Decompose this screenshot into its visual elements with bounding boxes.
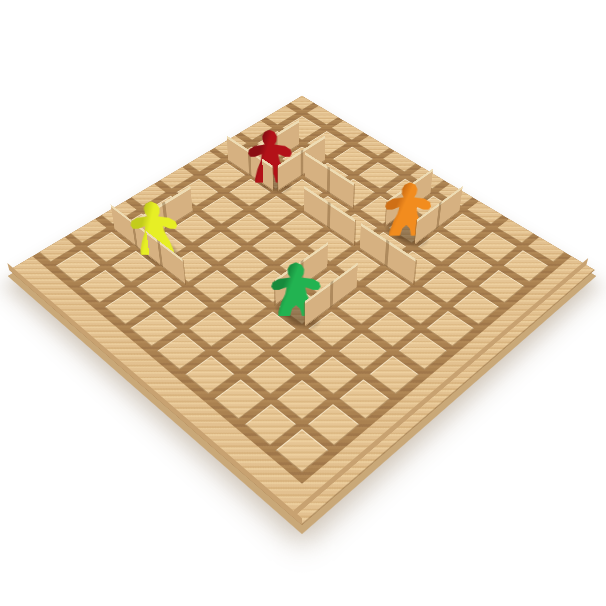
quoridor-board — [9, 96, 594, 525]
cell-a1 — [55, 251, 100, 283]
cell-h7 — [422, 270, 468, 303]
cell-h4 — [338, 333, 387, 370]
cell-h1 — [244, 404, 296, 446]
cell-d1 — [130, 311, 178, 347]
board-margin-corner-far — [290, 96, 314, 110]
cell-i1 — [276, 430, 329, 473]
board-margin-strip-top — [307, 106, 339, 125]
cell-h5 — [367, 311, 415, 347]
product-photo — [0, 0, 606, 606]
cell-d5 — [252, 232, 296, 263]
cell-i4 — [370, 356, 420, 394]
cell-e2 — [189, 311, 237, 347]
cell-g2 — [246, 356, 296, 394]
board-margin-strip-left — [39, 237, 76, 262]
cell-h3 — [308, 356, 358, 394]
cell-d2 — [162, 290, 209, 324]
cell-i2 — [308, 404, 360, 446]
cell-h2 — [277, 380, 328, 420]
cell-i3 — [340, 380, 391, 420]
